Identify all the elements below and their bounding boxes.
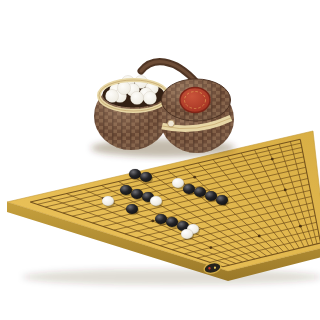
heap-white-stone [130,91,143,104]
go-set-product-photo [0,0,320,320]
clasp-bead [168,120,175,127]
star-point [151,220,154,223]
floor-shadow [22,269,320,285]
star-point [284,189,287,192]
heap-white-stone [105,89,118,102]
stone-face [172,178,184,188]
heap-white-stone [143,91,156,104]
stone-face [126,204,138,214]
scene-canvas [0,0,320,320]
stone-face [140,172,152,182]
left-bowl-open [94,75,168,150]
star-point [271,158,274,161]
stone-face [205,191,217,201]
stone-face [131,189,143,199]
star-point [209,246,212,249]
star-point [299,225,302,228]
floor-shadow-ellipse [22,269,320,285]
stone-face [181,229,193,239]
heap-white-stone [117,81,130,94]
stone-face [129,169,141,179]
stone-face [216,195,228,205]
star-point [193,176,196,179]
stone-face [120,185,132,195]
star-point [258,235,261,238]
stone-face [194,187,206,197]
stone-face [155,214,167,224]
stone-face [166,217,178,227]
stone-face [150,196,162,206]
right-bowl-lidded [160,79,234,153]
stone-face [102,196,114,206]
